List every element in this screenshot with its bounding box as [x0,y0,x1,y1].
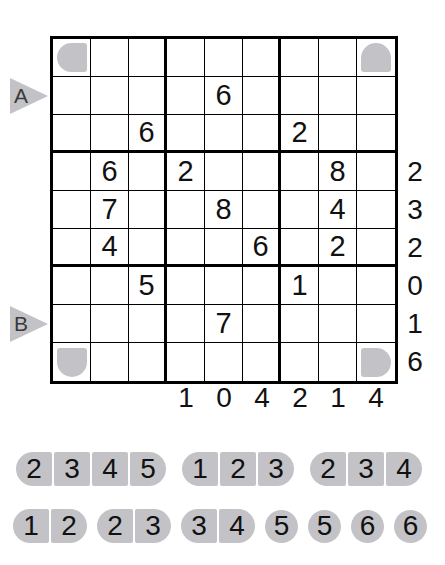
ship-segment: 5 [308,510,341,543]
given-digit: 5 [138,269,154,302]
fleet-row-1: 2345123234 [16,452,422,486]
cell-r7c4[interactable] [167,267,205,305]
cell-r3c1[interactable] [53,115,91,153]
cell-r2c6[interactable] [243,77,281,115]
given-digit: 6 [101,155,117,188]
cell-r5c2[interactable]: 7 [91,191,129,229]
given-digit: 6 [252,230,268,263]
cell-r9c1[interactable] [53,343,91,381]
cell-r1c7[interactable] [281,39,319,77]
submarine: 6 [394,510,427,543]
given-digit: 1 [291,269,307,302]
cell-r6c5[interactable] [205,229,243,267]
cell-r6c6[interactable]: 6 [243,229,281,267]
ship-segment: 4 [92,452,128,486]
cell-r5c4[interactable] [167,191,205,229]
ship-segment: 1 [182,452,218,486]
cell-r7c2[interactable] [91,267,129,305]
row-marker-b: B [10,306,48,342]
right-clue-r6: 2 [401,229,429,267]
right-clue-r5: 3 [401,191,429,229]
sudoku-board: 662628784462517 [50,36,398,384]
ship-segment: 3 [135,509,171,543]
cell-r5c3[interactable] [129,191,167,229]
bottom-clue-c2 [91,384,129,412]
ship-length-2: 23 [97,509,171,543]
ship-segment: 5 [265,510,298,543]
cell-r4c1[interactable] [53,153,91,191]
ship-segment: 3 [348,452,384,486]
cell-r8c1[interactable] [53,305,91,343]
ship-segment: 2 [310,452,346,486]
cell-r4c3[interactable] [129,153,167,191]
cell-r3c7[interactable]: 2 [281,115,319,153]
given-digit: 8 [329,155,345,188]
cell-r7c1[interactable] [53,267,91,305]
cell-r8c4[interactable] [167,305,205,343]
right-clue-r4: 2 [401,153,429,191]
given-digit: 7 [101,193,117,226]
right-clue-column: 232016 [401,39,429,381]
right-clue-r2 [401,77,429,115]
right-clue-r1 [401,39,429,77]
cell-r5c8[interactable]: 4 [319,191,357,229]
cell-r3c9[interactable] [357,115,395,153]
cell-r9c4[interactable] [167,343,205,381]
ship-segment: 4 [219,509,255,543]
marker-label: B [14,306,28,342]
given-digit: 4 [101,230,117,263]
cell-r3c5[interactable] [205,115,243,153]
given-digit: 4 [329,193,345,226]
ship-segment: 2 [51,509,87,543]
given-ship-end-right-icon [361,348,391,377]
cell-r9c8[interactable] [319,343,357,381]
cell-r1c6[interactable] [243,39,281,77]
given-ship-end-bottom-icon [57,348,87,377]
given-digit: 2 [291,116,307,149]
cell-r1c5[interactable] [205,39,243,77]
cell-r2c9[interactable] [357,77,395,115]
bottom-clue-c6: 4 [243,384,281,412]
cell-r2c3[interactable] [129,77,167,115]
cell-r4c9[interactable] [357,153,395,191]
cell-r4c8[interactable]: 8 [319,153,357,191]
ship-segment: 3 [181,509,217,543]
cell-r8c2[interactable] [91,305,129,343]
marker-label: A [14,78,28,114]
cell-r9c5[interactable] [205,343,243,381]
battleship-sudoku-puzzle: A B 662628784462517 232016 104214 234512… [0,0,445,565]
given-digit: 2 [177,155,193,188]
given-digit: 6 [138,116,154,149]
cell-r6c4[interactable] [167,229,205,267]
cell-r4c5[interactable] [205,153,243,191]
cell-r8c8[interactable] [319,305,357,343]
cell-r5c6[interactable] [243,191,281,229]
right-clue-r8: 1 [401,305,429,343]
cell-r5c7[interactable] [281,191,319,229]
bottom-clue-c7: 2 [281,384,319,412]
cell-r5c5[interactable]: 8 [205,191,243,229]
ship-segment: 2 [16,452,52,486]
cell-r7c8[interactable] [319,267,357,305]
cell-r5c9[interactable] [357,191,395,229]
bottom-clue-row: 104214 [53,384,395,412]
cell-r9c6[interactable] [243,343,281,381]
cell-r8c6[interactable] [243,305,281,343]
ship-length-4: 2345 [16,452,166,486]
cell-r3c8[interactable] [319,115,357,153]
cell-r6c3[interactable] [129,229,167,267]
ship-segment: 2 [97,509,133,543]
cell-r9c7[interactable] [281,343,319,381]
cell-r9c3[interactable] [129,343,167,381]
ship-segment: 5 [130,452,166,486]
cell-r1c1[interactable] [53,39,91,77]
cell-r1c4[interactable] [167,39,205,77]
ship-segment: 6 [351,510,384,543]
cell-r1c9[interactable] [357,39,395,77]
given-digit: 2 [329,230,345,263]
bottom-clue-c5: 0 [205,384,243,412]
given-ship-end-top-icon [361,43,391,72]
cell-r3c3[interactable]: 6 [129,115,167,153]
cell-r2c1[interactable] [53,77,91,115]
bottom-clue-c8: 1 [319,384,357,412]
cell-r1c8[interactable] [319,39,357,77]
right-clue-r7: 0 [401,267,429,305]
cell-r3c4[interactable] [167,115,205,153]
cell-r7c9[interactable] [357,267,395,305]
submarine: 5 [265,510,298,543]
cell-r5c1[interactable] [53,191,91,229]
cell-r2c8[interactable] [319,77,357,115]
cell-r6c1[interactable] [53,229,91,267]
cell-r7c6[interactable] [243,267,281,305]
given-digit: 6 [215,79,231,112]
cell-r4c7[interactable] [281,153,319,191]
bottom-clue-c9: 4 [357,384,395,412]
row-marker-a: A [10,78,48,114]
cell-r4c6[interactable] [243,153,281,191]
cell-r1c2[interactable] [91,39,129,77]
cell-r2c4[interactable] [167,77,205,115]
given-digit: 8 [215,193,231,226]
cell-r9c2[interactable] [91,343,129,381]
bottom-clue-c3 [129,384,167,412]
right-clue-r3 [401,115,429,153]
submarine: 6 [351,510,384,543]
given-digit: 7 [215,307,231,340]
cell-r1c3[interactable] [129,39,167,77]
ship-length-2: 12 [13,509,87,543]
cell-r7c5[interactable] [205,267,243,305]
cell-r6c9[interactable] [357,229,395,267]
cell-r6c7[interactable] [281,229,319,267]
ship-segment: 3 [258,452,294,486]
ship-segment: 6 [394,510,427,543]
cell-r6c2[interactable]: 4 [91,229,129,267]
ship-length-2: 34 [181,509,255,543]
submarine: 5 [308,510,341,543]
bottom-clue-c1 [53,384,91,412]
ship-segment: 4 [386,452,422,486]
cell-r4c4[interactable]: 2 [167,153,205,191]
ship-segment: 3 [54,452,90,486]
cell-r9c9[interactable] [357,343,395,381]
cell-r2c2[interactable] [91,77,129,115]
bottom-clue-c4: 1 [167,384,205,412]
cell-r8c3[interactable] [129,305,167,343]
given-ship-end-left-icon [57,43,87,72]
cell-r2c7[interactable] [281,77,319,115]
cell-r7c7[interactable]: 1 [281,267,319,305]
ship-length-3: 123 [182,452,294,486]
cell-r6c8[interactable]: 2 [319,229,357,267]
cell-r8c9[interactable] [357,305,395,343]
ship-segment: 2 [220,452,256,486]
cell-r8c7[interactable] [281,305,319,343]
ship-length-3: 234 [310,452,422,486]
cell-r7c3[interactable]: 5 [129,267,167,305]
cell-r4c2[interactable]: 6 [91,153,129,191]
cell-r2c5[interactable]: 6 [205,77,243,115]
right-clue-r9: 6 [401,343,429,381]
ship-segment: 1 [13,509,49,543]
cell-r3c2[interactable] [91,115,129,153]
fleet-row-2: 1223345566 [13,509,427,543]
cell-r3c6[interactable] [243,115,281,153]
cell-r8c5[interactable]: 7 [205,305,243,343]
